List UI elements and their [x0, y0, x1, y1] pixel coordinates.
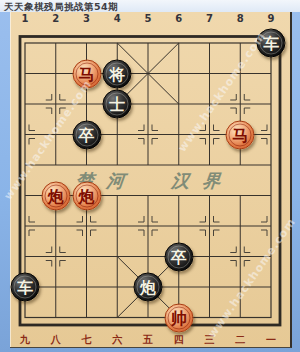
black-soldier: 卒: [72, 120, 101, 149]
piece-character: 马: [232, 121, 248, 148]
black-soldier: 卒: [164, 242, 193, 271]
piece-character: 炮: [48, 182, 64, 209]
red-cannon: 炮: [72, 181, 101, 210]
piece-character: 帅: [171, 304, 187, 331]
black-advisor: 士: [103, 90, 132, 119]
piece-character: 炮: [140, 274, 156, 301]
piece-character: 车: [263, 30, 279, 57]
black-general: 将: [103, 59, 132, 88]
red-cannon: 炮: [41, 181, 70, 210]
piece-character: 炮: [79, 182, 95, 209]
red-horse: 马: [226, 120, 255, 149]
screenshot-root: 天天象棋残局挑战第54期 123456789 九八七六五四三二一 楚河 汉界 车…: [0, 0, 300, 352]
piece-character: 卒: [171, 243, 187, 270]
red-general: 帅: [164, 303, 193, 332]
black-cannon: 炮: [134, 273, 163, 302]
black-chariot: 车: [257, 29, 286, 58]
red-horse: 马: [72, 59, 101, 88]
river-label-right: 汉界: [157, 169, 235, 193]
piece-character: 马: [79, 60, 95, 87]
piece-character: 车: [17, 274, 33, 301]
black-chariot: 车: [11, 273, 40, 302]
piece-character: 士: [109, 91, 125, 118]
piece-character: 将: [109, 60, 125, 87]
piece-character: 卒: [79, 121, 95, 148]
